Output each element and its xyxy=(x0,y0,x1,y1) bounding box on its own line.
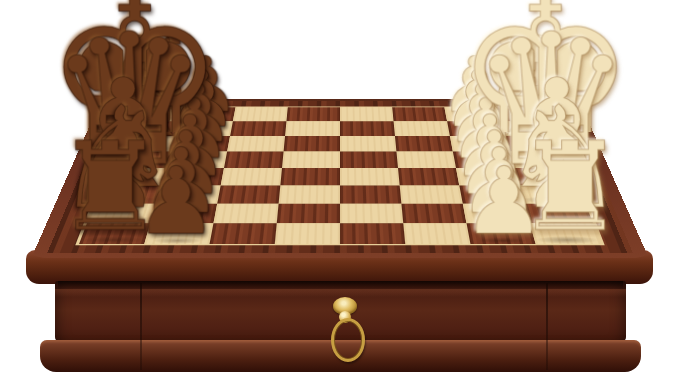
square-r5c4[interactable] xyxy=(340,185,401,203)
square-r3c3[interactable] xyxy=(282,152,340,168)
square-r5c3[interactable] xyxy=(279,185,340,203)
square-r1c3[interactable] xyxy=(285,121,340,136)
board-grid: ♜♟♟♜♞♟♟♞♝♟♟♝♚♟♟♚♛♟♟♛♝♟♟♝♞♟♟♞♜♟♟♜ xyxy=(79,107,601,244)
square-r0c2[interactable] xyxy=(233,107,288,121)
square-r2c3[interactable] xyxy=(284,136,340,152)
square-r0c3[interactable] xyxy=(286,107,340,121)
square-r2c4[interactable] xyxy=(340,136,396,152)
square-r3c4[interactable] xyxy=(340,152,398,168)
board-inner-line: ♜♟♟♜♞♟♟♞♝♟♟♝♚♟♟♚♛♟♟♛♝♟♟♝♞♟♟♞♜♟♟♜ xyxy=(75,106,604,245)
square-r7c4[interactable] xyxy=(340,223,405,244)
board: ♜♟♟♜♞♟♟♞♝♟♟♝♚♟♟♚♛♟♟♛♝♟♟♝♞♟♟♞♜♟♟♜ xyxy=(31,99,648,258)
square-r7c3[interactable] xyxy=(275,223,340,244)
square-r7c7[interactable]: ♜ xyxy=(530,223,601,244)
square-r4c3[interactable] xyxy=(280,168,340,185)
square-r7c0[interactable]: ♜ xyxy=(79,223,150,244)
square-r6c4[interactable] xyxy=(340,204,403,224)
board-bevel: ♜♟♟♜♞♟♟♞♝♟♟♝♚♟♟♚♛♟♟♛♝♟♟♝♞♟♟♞♜♟♟♜ xyxy=(31,99,648,258)
board-scene: ♜♟♟♜♞♟♟♞♝♟♟♝♚♟♟♚♛♟♟♛♝♟♟♝♞♟♟♞♜♟♟♜ xyxy=(0,0,679,390)
square-r0c5[interactable] xyxy=(392,107,447,121)
square-r1c4[interactable] xyxy=(340,121,395,136)
board-frame: ♜♟♟♜♞♟♟♞♝♟♟♝♚♟♟♚♛♟♟♛♝♟♟♝♞♟♟♞♜♟♟♜ xyxy=(47,101,633,253)
chess-set-photo: ♜♟♟♜♞♟♟♞♝♟♟♝♚♟♟♚♛♟♟♛♝♟♟♝♞♟♟♞♜♟♟♜ xyxy=(0,0,679,390)
piece-white-rook[interactable]: ♜ xyxy=(515,127,625,249)
square-r6c3[interactable] xyxy=(277,204,340,224)
square-r4c4[interactable] xyxy=(340,168,400,185)
piece-dark-rook[interactable]: ♜ xyxy=(55,127,165,249)
square-r0c4[interactable] xyxy=(340,107,394,121)
